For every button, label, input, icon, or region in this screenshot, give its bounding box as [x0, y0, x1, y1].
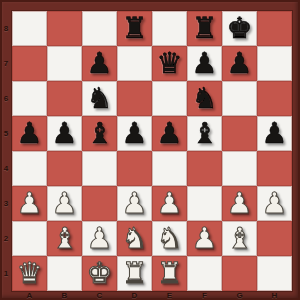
square-g2[interactable]: ♝: [222, 221, 257, 256]
square-f6[interactable]: ♞: [187, 81, 222, 116]
black-pawn: ♟: [262, 116, 288, 151]
white-knight: ♞: [122, 221, 148, 256]
rank-label-7: 7: [0, 46, 12, 81]
square-g8[interactable]: ♚: [222, 11, 257, 46]
white-pawn: ♟: [157, 186, 183, 221]
square-c1[interactable]: ♚: [82, 256, 117, 291]
square-a7[interactable]: [12, 46, 47, 81]
square-h4[interactable]: [257, 151, 292, 186]
file-label-b: B: [47, 291, 82, 300]
white-rook: ♜: [122, 256, 148, 291]
square-c5[interactable]: ♝: [82, 116, 117, 151]
square-f8[interactable]: ♜: [187, 11, 222, 46]
black-pawn: ♟: [52, 116, 78, 151]
white-king: ♚: [87, 256, 113, 291]
white-pawn: ♟: [17, 186, 43, 221]
file-label-a: A: [12, 291, 47, 300]
chess-board: ♜♜♚♟♛♟♟♞♞♟♟♝♟♟♝♟♟♟♟♟♟♟♝♟♞♞♟♝♛♚♜♜: [12, 11, 292, 291]
white-pawn: ♟: [122, 186, 148, 221]
white-bishop: ♝: [52, 221, 78, 256]
square-e5[interactable]: ♟: [152, 116, 187, 151]
white-bishop: ♝: [227, 221, 253, 256]
black-pawn: ♟: [17, 116, 43, 151]
rank-label-6: 6: [0, 81, 12, 116]
square-a4[interactable]: [12, 151, 47, 186]
square-d4[interactable]: [117, 151, 152, 186]
square-f4[interactable]: [187, 151, 222, 186]
square-b7[interactable]: [47, 46, 82, 81]
white-rook: ♜: [157, 256, 183, 291]
white-knight: ♞: [157, 221, 183, 256]
square-e3[interactable]: ♟: [152, 186, 187, 221]
white-pawn: ♟: [52, 186, 78, 221]
square-h1[interactable]: [257, 256, 292, 291]
black-rook: ♜: [122, 11, 148, 46]
square-f3[interactable]: [187, 186, 222, 221]
square-h5[interactable]: ♟: [257, 116, 292, 151]
square-d5[interactable]: ♟: [117, 116, 152, 151]
file-label-e: E: [152, 291, 187, 300]
square-f7[interactable]: ♟: [187, 46, 222, 81]
square-d8[interactable]: ♜: [117, 11, 152, 46]
square-d3[interactable]: ♟: [117, 186, 152, 221]
square-e8[interactable]: [152, 11, 187, 46]
square-d6[interactable]: [117, 81, 152, 116]
square-b1[interactable]: [47, 256, 82, 291]
rank-label-5: 5: [0, 116, 12, 151]
square-a8[interactable]: [12, 11, 47, 46]
black-knight: ♞: [192, 81, 218, 116]
square-b6[interactable]: [47, 81, 82, 116]
white-queen: ♛: [17, 256, 43, 291]
square-a1[interactable]: ♛: [12, 256, 47, 291]
rank-label-4: 4: [0, 151, 12, 186]
file-label-h: H: [257, 291, 292, 300]
file-label-g: G: [222, 291, 257, 300]
black-rook: ♜: [192, 11, 218, 46]
square-f2[interactable]: ♟: [187, 221, 222, 256]
black-pawn: ♟: [157, 116, 183, 151]
square-b5[interactable]: ♟: [47, 116, 82, 151]
square-a5[interactable]: ♟: [12, 116, 47, 151]
square-h8[interactable]: [257, 11, 292, 46]
chess-board-frame: ♜♜♚♟♛♟♟♞♞♟♟♝♟♟♝♟♟♟♟♟♟♟♝♟♞♞♟♝♛♚♜♜ 8765432…: [0, 0, 300, 300]
square-g5[interactable]: [222, 116, 257, 151]
square-b3[interactable]: ♟: [47, 186, 82, 221]
square-e7[interactable]: ♛: [152, 46, 187, 81]
square-e4[interactable]: [152, 151, 187, 186]
black-king: ♚: [227, 11, 253, 46]
square-h6[interactable]: [257, 81, 292, 116]
black-pawn: ♟: [192, 46, 218, 81]
square-h2[interactable]: [257, 221, 292, 256]
square-c4[interactable]: [82, 151, 117, 186]
file-label-d: D: [117, 291, 152, 300]
square-h7[interactable]: [257, 46, 292, 81]
rank-label-8: 8: [0, 11, 12, 46]
white-pawn: ♟: [227, 186, 253, 221]
square-e6[interactable]: [152, 81, 187, 116]
square-g3[interactable]: ♟: [222, 186, 257, 221]
square-d1[interactable]: ♜: [117, 256, 152, 291]
square-f1[interactable]: [187, 256, 222, 291]
black-pawn: ♟: [227, 46, 253, 81]
square-g6[interactable]: [222, 81, 257, 116]
square-c6[interactable]: ♞: [82, 81, 117, 116]
square-a2[interactable]: [12, 221, 47, 256]
square-a6[interactable]: [12, 81, 47, 116]
rank-label-1: 1: [0, 256, 12, 291]
square-b8[interactable]: [47, 11, 82, 46]
square-g1[interactable]: [222, 256, 257, 291]
black-pawn: ♟: [87, 46, 113, 81]
square-g7[interactable]: ♟: [222, 46, 257, 81]
black-bishop: ♝: [87, 116, 113, 151]
square-f5[interactable]: ♝: [187, 116, 222, 151]
square-e1[interactable]: ♜: [152, 256, 187, 291]
square-b2[interactable]: ♝: [47, 221, 82, 256]
white-pawn: ♟: [192, 221, 218, 256]
black-knight: ♞: [87, 81, 113, 116]
square-a3[interactable]: ♟: [12, 186, 47, 221]
white-pawn: ♟: [262, 186, 288, 221]
square-g4[interactable]: [222, 151, 257, 186]
square-e2[interactable]: ♞: [152, 221, 187, 256]
square-b4[interactable]: [47, 151, 82, 186]
square-c7[interactable]: ♟: [82, 46, 117, 81]
square-h3[interactable]: ♟: [257, 186, 292, 221]
rank-label-2: 2: [0, 221, 12, 256]
square-d7[interactable]: [117, 46, 152, 81]
square-c2[interactable]: ♟: [82, 221, 117, 256]
square-c8[interactable]: [82, 11, 117, 46]
black-pawn: ♟: [122, 116, 148, 151]
rank-label-3: 3: [0, 186, 12, 221]
square-c3[interactable]: [82, 186, 117, 221]
file-label-c: C: [82, 291, 117, 300]
file-label-f: F: [187, 291, 222, 300]
black-bishop: ♝: [192, 116, 218, 151]
square-d2[interactable]: ♞: [117, 221, 152, 256]
black-queen: ♛: [157, 46, 183, 81]
white-pawn: ♟: [87, 221, 113, 256]
